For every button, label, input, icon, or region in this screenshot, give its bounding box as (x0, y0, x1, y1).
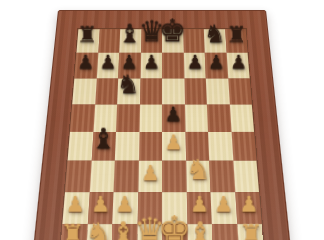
square-h8: ♜ (225, 29, 248, 53)
square-h6 (228, 78, 252, 104)
square-a3 (65, 161, 91, 192)
piece-black-rook-h8: ♜ (226, 24, 246, 47)
piece-black-pawn-f7: ♟ (186, 52, 203, 71)
square-c3 (114, 161, 139, 192)
piece-black-knight-g8: ♞ (204, 22, 226, 47)
square-e4: ♟ (162, 132, 186, 161)
square-f8 (183, 29, 205, 53)
board-grid: ♜♝♛♚♞♜♟♟♟♟♟♟♟♞♟♝♟♟♞♟♟♟♟♟♟♜♞♝♛♚♝♜ (60, 29, 265, 240)
square-g5 (207, 104, 231, 132)
piece-white-pawn-f2: ♟ (189, 194, 208, 216)
square-g1 (212, 224, 239, 240)
square-c8: ♝ (119, 29, 141, 53)
square-h7: ♟ (226, 53, 249, 78)
square-a6 (72, 78, 96, 104)
square-g8: ♞ (204, 29, 226, 53)
piece-white-knight-f3: ♞ (185, 155, 210, 183)
square-a8: ♜ (76, 29, 99, 53)
square-d6 (140, 78, 162, 104)
piece-white-pawn-h2: ♟ (239, 194, 258, 216)
square-e7 (162, 53, 184, 78)
square-d1: ♛ (136, 224, 162, 240)
square-e5: ♟ (162, 104, 185, 132)
square-e8: ♚ (162, 29, 183, 53)
square-a1: ♜ (60, 224, 88, 240)
piece-white-pawn-b2: ♟ (90, 194, 109, 216)
square-b2: ♟ (87, 192, 113, 224)
piece-black-king-e8: ♚ (159, 16, 187, 47)
piece-white-pawn-c2: ♟ (115, 194, 134, 216)
square-b7: ♟ (96, 53, 119, 78)
square-c1: ♝ (111, 224, 137, 240)
square-e2 (162, 192, 187, 224)
square-h4 (231, 132, 256, 161)
square-f4 (185, 132, 209, 161)
piece-black-rook-a8: ♜ (77, 24, 97, 47)
square-d2 (137, 192, 162, 224)
piece-black-pawn-g7: ♟ (208, 52, 225, 71)
square-g2: ♟ (210, 192, 236, 224)
piece-black-pawn-d7: ♟ (143, 52, 160, 71)
square-d4 (138, 132, 162, 161)
square-g3 (209, 161, 234, 192)
square-g6 (206, 78, 230, 104)
square-a7: ♟ (74, 53, 97, 78)
photo-background: ♜♝♛♚♞♜♟♟♟♟♟♟♟♞♟♝♟♟♞♟♟♟♟♟♟♜♞♝♛♚♝♜ (0, 0, 324, 240)
piece-white-pawn-g2: ♟ (214, 194, 233, 216)
square-f1: ♝ (187, 224, 213, 240)
square-h2: ♟ (235, 192, 262, 224)
piece-black-pawn-b7: ♟ (99, 52, 116, 71)
square-b1: ♞ (85, 224, 112, 240)
square-f6 (184, 78, 207, 104)
square-g4 (208, 132, 233, 161)
square-f7: ♟ (183, 53, 205, 78)
square-c6: ♞ (117, 78, 140, 104)
piece-black-pawn-c7: ♟ (121, 52, 138, 71)
square-f3: ♞ (186, 161, 211, 192)
square-d5 (139, 104, 162, 132)
square-e1: ♚ (162, 224, 188, 240)
square-f5 (184, 104, 208, 132)
piece-black-queen-d8: ♛ (138, 18, 164, 47)
square-d3: ♟ (138, 161, 162, 192)
square-c4 (115, 132, 139, 161)
square-b5 (93, 104, 117, 132)
square-e6 (162, 78, 184, 104)
square-c2: ♟ (112, 192, 138, 224)
square-d8: ♛ (141, 29, 162, 53)
square-a5 (70, 104, 95, 132)
piece-white-rook-a1: ♜ (61, 222, 85, 240)
piece-white-pawn-e4: ♟ (164, 133, 182, 154)
square-g7: ♟ (205, 53, 228, 78)
square-d7: ♟ (140, 53, 162, 78)
square-f2: ♟ (186, 192, 212, 224)
piece-white-pawn-a2: ♟ (66, 194, 85, 216)
square-b3 (89, 161, 114, 192)
piece-black-bishop-c8: ♝ (118, 21, 141, 47)
piece-black-pawn-a7: ♟ (77, 52, 94, 71)
square-h5 (229, 104, 254, 132)
square-e3 (162, 161, 186, 192)
square-h1: ♜ (237, 224, 265, 240)
square-c5 (116, 104, 140, 132)
chess-board: ♜♝♛♚♞♜♟♟♟♟♟♟♟♞♟♝♟♟♞♟♟♟♟♟♟♜♞♝♛♚♝♜ (29, 10, 295, 240)
square-c7: ♟ (118, 53, 140, 78)
square-a4 (68, 132, 93, 161)
piece-black-pawn-h7: ♟ (230, 52, 247, 71)
square-b4: ♝ (91, 132, 116, 161)
piece-white-rook-h1: ♜ (239, 222, 263, 240)
square-h3 (233, 161, 259, 192)
square-b6 (95, 78, 119, 104)
piece-black-pawn-e5: ♟ (164, 105, 182, 125)
square-a2: ♟ (62, 192, 89, 224)
square-b8 (98, 29, 120, 53)
piece-white-pawn-d3: ♟ (140, 162, 159, 183)
